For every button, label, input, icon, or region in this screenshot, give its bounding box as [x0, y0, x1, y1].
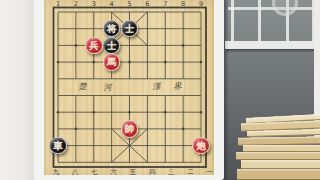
plank	[241, 160, 320, 169]
file-label-top: 6	[143, 1, 151, 8]
piece-red-soldier[interactable]: 兵	[85, 37, 103, 55]
file-label-bottom: 四	[148, 169, 156, 176]
piece-red-cannon[interactable]: 炮	[192, 137, 210, 155]
river-text: 界	[173, 82, 183, 91]
file-label-top: 3	[90, 1, 98, 8]
piece-black-chariot[interactable]: 車	[49, 137, 67, 155]
file-label-top: 9	[197, 1, 205, 8]
river-text: 漢	[152, 82, 162, 91]
file-label-bottom: 二	[186, 169, 194, 176]
file-label-bottom: 六	[110, 169, 118, 176]
file-label-bottom: 九	[52, 169, 60, 176]
red-horse-glyph: 馬	[107, 57, 117, 67]
river-text: 楚	[78, 82, 88, 91]
file-label-top: 2	[72, 1, 80, 8]
red-soldier-glyph: 兵	[89, 41, 99, 51]
file-label-bottom: 七	[90, 169, 98, 176]
river-text: 河	[103, 83, 113, 92]
piece-red-general[interactable]: 帥	[121, 120, 139, 138]
file-label-top: 1	[54, 1, 62, 8]
red-cannon-glyph: 炮	[196, 141, 206, 151]
plank	[236, 152, 320, 160]
plank	[243, 145, 320, 152]
plank	[237, 169, 320, 180]
red-general-glyph: 帥	[125, 124, 135, 134]
file-label-bottom: 八	[71, 169, 79, 176]
scene: 123456789九八七六五四三二一 楚 河 漢 界 将士士兵馬帥車炮	[0, 0, 320, 180]
black-advisor-1-glyph: 士	[125, 24, 135, 34]
file-label-top: 7	[161, 1, 169, 8]
file-label-top: 8	[179, 1, 187, 8]
file-label-bottom: 一	[206, 169, 214, 176]
black-general-glyph: 将	[107, 24, 117, 34]
file-label-top: 5	[126, 1, 134, 8]
file-label-bottom: 三	[167, 169, 175, 176]
piece-red-horse[interactable]: 馬	[103, 53, 121, 71]
black-advisor-2-glyph: 士	[107, 41, 117, 51]
file-label-top: 4	[108, 1, 116, 8]
file-label-bottom: 五	[129, 169, 137, 176]
black-chariot-glyph: 車	[53, 141, 63, 151]
door-crossbar	[225, 41, 320, 49]
